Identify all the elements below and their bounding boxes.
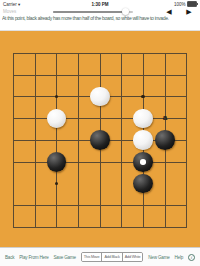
new-game-button[interactable]: New Game bbox=[148, 255, 169, 260]
segment-option-0[interactable]: This Move bbox=[82, 253, 103, 261]
last-move-marker bbox=[140, 159, 146, 165]
battery-percent: 100% bbox=[174, 2, 186, 7]
clock: 1:30 PM bbox=[0, 2, 200, 7]
stone-white-G6 bbox=[133, 109, 153, 129]
stone-white-C6 bbox=[47, 109, 67, 129]
stone-black-C4 bbox=[47, 152, 67, 172]
info-icon[interactable]: i bbox=[188, 254, 195, 261]
play-from-here-button[interactable]: Play From Here bbox=[19, 255, 48, 260]
star-point bbox=[55, 182, 59, 186]
board-panel: a bbox=[0, 30, 200, 247]
slider-fill bbox=[53, 11, 125, 13]
back-button[interactable]: Back bbox=[5, 255, 14, 260]
move-slider[interactable] bbox=[53, 11, 133, 13]
bottom-toolbar: Back Play From Here Save Game This Move … bbox=[0, 247, 200, 266]
stone-black-G4 bbox=[133, 152, 153, 172]
stone-black-H5 bbox=[155, 130, 175, 150]
battery-icon bbox=[187, 1, 197, 7]
go-board[interactable]: a bbox=[2, 42, 197, 238]
segment-option-2[interactable]: Add White bbox=[123, 253, 143, 261]
stone-white-G5 bbox=[133, 130, 153, 150]
stone-black-G3 bbox=[133, 174, 153, 194]
save-game-button[interactable]: Save Game bbox=[53, 255, 75, 260]
stone-white-E7 bbox=[90, 87, 110, 107]
stone-black-E5 bbox=[90, 130, 110, 150]
help-button[interactable]: Help bbox=[174, 255, 183, 260]
move-commentary: At this point, black already has more th… bbox=[2, 14, 200, 23]
segment-option-1[interactable]: Add Black bbox=[102, 253, 122, 261]
board-label-a: a bbox=[163, 114, 167, 122]
star-point bbox=[55, 95, 59, 99]
star-point bbox=[141, 95, 145, 99]
mode-segmented-control: This Move Add Black Add White bbox=[81, 252, 144, 262]
